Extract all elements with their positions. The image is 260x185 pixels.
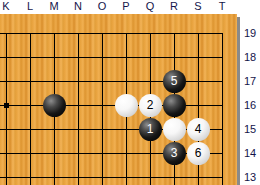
white-stone-P16: [115, 94, 138, 117]
move-number: 2: [147, 99, 154, 111]
black-stone-R14-move-3: 3: [163, 142, 186, 165]
column-label-L: L: [27, 0, 33, 13]
column-label-T: T: [219, 0, 226, 13]
row-label-16: 16: [240, 98, 260, 112]
black-stone-R16: [163, 94, 186, 117]
row-labels: 19181716151413: [240, 0, 260, 185]
column-label-O: O: [98, 0, 107, 13]
black-stone-M16: [43, 94, 66, 117]
black-stone-Q15-move-1: 1: [139, 118, 162, 141]
row-label-19: 19: [240, 26, 260, 40]
column-label-S: S: [194, 0, 201, 13]
move-number: 3: [171, 147, 178, 159]
move-number: 5: [171, 75, 178, 87]
row-label-17: 17: [240, 74, 260, 88]
go-board[interactable]: 251436: [0, 14, 237, 185]
column-label-N: N: [74, 0, 82, 13]
row-label-13: 13: [240, 170, 260, 184]
row-label-15: 15: [240, 122, 260, 136]
black-stone-R17-move-5: 5: [163, 70, 186, 93]
move-number: 1: [147, 123, 154, 135]
column-labels: KLMNOPQRST: [0, 0, 260, 14]
move-number: 4: [195, 123, 202, 135]
column-label-R: R: [170, 0, 178, 13]
white-stone-R15: [163, 118, 186, 141]
white-stone-S14-move-6: 6: [187, 142, 210, 165]
column-label-Q: Q: [146, 0, 155, 13]
column-label-K: K: [2, 0, 9, 13]
column-label-M: M: [49, 0, 58, 13]
go-diagram: KLMNOPQRST 251436 19181716151413: [0, 0, 260, 185]
move-number: 6: [195, 147, 202, 159]
white-stone-S15-move-4: 4: [187, 118, 210, 141]
white-stone-Q16-move-2: 2: [139, 94, 162, 117]
row-label-18: 18: [240, 50, 260, 64]
row-label-14: 14: [240, 146, 260, 160]
column-label-P: P: [122, 0, 129, 13]
stone-grid: 251436: [0, 21, 234, 185]
